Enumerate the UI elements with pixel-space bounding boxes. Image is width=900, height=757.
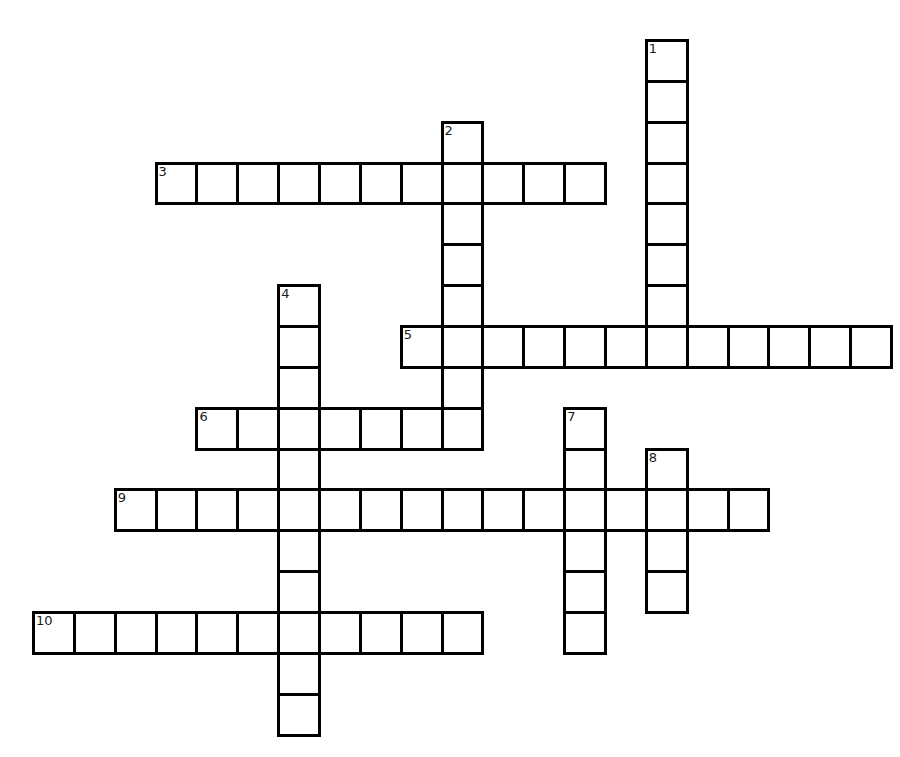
crossword-cell[interactable] xyxy=(359,611,403,655)
crossword-cell[interactable] xyxy=(645,284,689,328)
crossword-cell[interactable] xyxy=(686,488,730,532)
crossword-cell[interactable] xyxy=(441,202,485,246)
crossword-cell[interactable] xyxy=(563,488,607,532)
crossword-cell[interactable] xyxy=(277,366,321,410)
crossword-cell[interactable] xyxy=(195,611,239,655)
crossword-cell[interactable] xyxy=(400,325,444,369)
crossword-cell[interactable] xyxy=(645,39,689,83)
crossword-cell[interactable] xyxy=(155,162,199,206)
crossword-cell[interactable] xyxy=(727,325,771,369)
crossword-cell[interactable] xyxy=(236,162,280,206)
crossword-cell[interactable] xyxy=(277,448,321,492)
crossword-cell[interactable] xyxy=(563,162,607,206)
crossword-cell[interactable] xyxy=(277,488,321,532)
crossword-cell[interactable] xyxy=(645,448,689,492)
crossword-cell[interactable] xyxy=(645,243,689,287)
crossword-cell[interactable] xyxy=(727,488,771,532)
crossword-cell[interactable] xyxy=(277,162,321,206)
crossword-cell[interactable] xyxy=(563,570,607,614)
crossword-grid: 12345678910 xyxy=(0,0,900,757)
crossword-cell[interactable] xyxy=(277,652,321,696)
crossword-cell[interactable] xyxy=(441,284,485,328)
crossword-cell[interactable] xyxy=(400,407,444,451)
crossword-cell[interactable] xyxy=(441,407,485,451)
crossword-cell[interactable] xyxy=(522,162,566,206)
crossword-cell[interactable] xyxy=(645,529,689,573)
crossword-cell[interactable] xyxy=(236,611,280,655)
crossword-cell[interactable] xyxy=(604,325,648,369)
crossword-page: 12345678910 xyxy=(0,0,900,757)
crossword-cell[interactable] xyxy=(114,488,158,532)
crossword-cell[interactable] xyxy=(645,488,689,532)
crossword-cell[interactable] xyxy=(645,121,689,165)
crossword-cell[interactable] xyxy=(645,162,689,206)
crossword-cell[interactable] xyxy=(195,488,239,532)
crossword-cell[interactable] xyxy=(645,202,689,246)
crossword-cell[interactable] xyxy=(645,570,689,614)
crossword-cell[interactable] xyxy=(236,407,280,451)
crossword-cell[interactable] xyxy=(277,693,321,737)
crossword-cell[interactable] xyxy=(604,488,648,532)
crossword-cell[interactable] xyxy=(481,325,525,369)
crossword-cell[interactable] xyxy=(563,448,607,492)
crossword-cell[interactable] xyxy=(195,162,239,206)
crossword-cell[interactable] xyxy=(563,529,607,573)
crossword-cell[interactable] xyxy=(441,121,485,165)
crossword-cell[interactable] xyxy=(32,611,76,655)
crossword-cell[interactable] xyxy=(277,284,321,328)
crossword-cell[interactable] xyxy=(441,162,485,206)
crossword-cell[interactable] xyxy=(767,325,811,369)
crossword-cell[interactable] xyxy=(359,162,403,206)
crossword-cell[interactable] xyxy=(277,570,321,614)
crossword-cell[interactable] xyxy=(318,407,362,451)
crossword-cell[interactable] xyxy=(400,611,444,655)
crossword-cell[interactable] xyxy=(236,488,280,532)
crossword-cell[interactable] xyxy=(441,325,485,369)
crossword-cell[interactable] xyxy=(849,325,893,369)
crossword-cell[interactable] xyxy=(318,488,362,532)
crossword-cell[interactable] xyxy=(277,325,321,369)
crossword-cell[interactable] xyxy=(277,407,321,451)
crossword-cell[interactable] xyxy=(481,488,525,532)
crossword-cell[interactable] xyxy=(686,325,730,369)
crossword-cell[interactable] xyxy=(400,162,444,206)
crossword-cell[interactable] xyxy=(481,162,525,206)
crossword-cell[interactable] xyxy=(359,407,403,451)
crossword-cell[interactable] xyxy=(563,325,607,369)
crossword-cell[interactable] xyxy=(645,325,689,369)
crossword-cell[interactable] xyxy=(277,529,321,573)
crossword-cell[interactable] xyxy=(155,611,199,655)
crossword-cell[interactable] xyxy=(114,611,158,655)
crossword-cell[interactable] xyxy=(73,611,117,655)
crossword-cell[interactable] xyxy=(563,407,607,451)
crossword-cell[interactable] xyxy=(441,243,485,287)
crossword-cell[interactable] xyxy=(318,162,362,206)
crossword-cell[interactable] xyxy=(277,611,321,655)
crossword-cell[interactable] xyxy=(645,80,689,124)
crossword-cell[interactable] xyxy=(563,611,607,655)
crossword-cell[interactable] xyxy=(522,325,566,369)
crossword-cell[interactable] xyxy=(318,611,362,655)
crossword-cell[interactable] xyxy=(808,325,852,369)
crossword-cell[interactable] xyxy=(441,366,485,410)
crossword-cell[interactable] xyxy=(441,611,485,655)
crossword-cell[interactable] xyxy=(400,488,444,532)
crossword-cell[interactable] xyxy=(195,407,239,451)
crossword-cell[interactable] xyxy=(155,488,199,532)
crossword-cell[interactable] xyxy=(359,488,403,532)
crossword-cell[interactable] xyxy=(441,488,485,532)
crossword-cell[interactable] xyxy=(522,488,566,532)
